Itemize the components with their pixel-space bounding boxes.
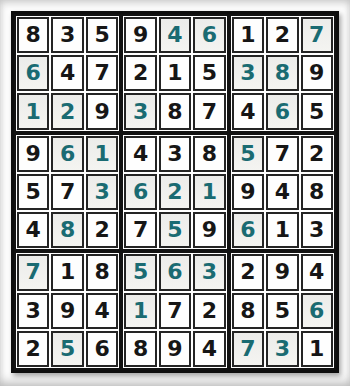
sudoku-cell-r7c3[interactable]: 8: [86, 254, 118, 290]
sudoku-cell-r9c8[interactable]: 3: [266, 331, 298, 367]
sudoku-cell-r9c2[interactable]: 5: [51, 331, 83, 367]
sudoku-cell-r3c1[interactable]: 1: [17, 93, 49, 129]
sudoku-cell-r1c6[interactable]: 6: [193, 17, 225, 53]
sudoku-cell-r2c1[interactable]: 6: [17, 55, 49, 91]
sudoku-cell-r2c7[interactable]: 3: [232, 55, 264, 91]
sudoku-cell-r1c3[interactable]: 5: [86, 17, 118, 53]
sudoku-cell-r3c9[interactable]: 5: [301, 93, 333, 129]
sudoku-cell-r7c1[interactable]: 7: [17, 254, 49, 290]
sudoku-cell-r5c5[interactable]: 2: [159, 174, 191, 210]
sudoku-cell-r1c8[interactable]: 2: [266, 17, 298, 53]
sudoku-box: 438621759: [121, 133, 228, 252]
sudoku-box: 294856731: [229, 251, 336, 370]
sudoku-box: 961573482: [14, 133, 121, 252]
sudoku-cell-r4c8[interactable]: 7: [266, 136, 298, 172]
sudoku-cell-r6c3[interactable]: 2: [86, 212, 118, 248]
sudoku-cell-r9c7[interactable]: 7: [232, 331, 264, 367]
sudoku-cell-r8c7[interactable]: 8: [232, 293, 264, 329]
sudoku-cell-r4c9[interactable]: 2: [301, 136, 333, 172]
sudoku-cell-r4c5[interactable]: 3: [159, 136, 191, 172]
sudoku-cell-r8c3[interactable]: 4: [86, 293, 118, 329]
sudoku-cell-r4c1[interactable]: 9: [17, 136, 49, 172]
sudoku-cell-r7c8[interactable]: 9: [266, 254, 298, 290]
sudoku-cell-r3c5[interactable]: 8: [159, 93, 191, 129]
sudoku-box: 563172894: [121, 251, 228, 370]
sudoku-cell-r8c5[interactable]: 7: [159, 293, 191, 329]
sudoku-cell-r9c5[interactable]: 9: [159, 331, 191, 367]
sudoku-cell-r8c6[interactable]: 2: [193, 293, 225, 329]
sudoku-cell-r4c6[interactable]: 8: [193, 136, 225, 172]
sudoku-cell-r5c4[interactable]: 6: [124, 174, 156, 210]
sudoku-cell-r2c9[interactable]: 9: [301, 55, 333, 91]
sudoku-cell-r8c1[interactable]: 3: [17, 293, 49, 329]
sudoku-cell-r4c3[interactable]: 1: [86, 136, 118, 172]
sudoku-cell-r7c6[interactable]: 3: [193, 254, 225, 290]
sudoku-cell-r9c9[interactable]: 1: [301, 331, 333, 367]
sudoku-cell-r1c7[interactable]: 1: [232, 17, 264, 53]
sudoku-cell-r6c8[interactable]: 1: [266, 212, 298, 248]
sudoku-cell-r5c2[interactable]: 7: [51, 174, 83, 210]
sudoku-cell-r5c7[interactable]: 9: [232, 174, 264, 210]
sudoku-cell-r1c2[interactable]: 3: [51, 17, 83, 53]
sudoku-cell-r5c1[interactable]: 5: [17, 174, 49, 210]
sudoku-cell-r8c4[interactable]: 1: [124, 293, 156, 329]
sudoku-cell-r7c7[interactable]: 2: [232, 254, 264, 290]
sudoku-cell-r7c9[interactable]: 4: [301, 254, 333, 290]
sudoku-cell-r6c1[interactable]: 4: [17, 212, 49, 248]
sudoku-box: 718394256: [14, 251, 121, 370]
sudoku-cell-r7c4[interactable]: 5: [124, 254, 156, 290]
sudoku-cell-r5c3[interactable]: 3: [86, 174, 118, 210]
sudoku-cell-r8c9[interactable]: 6: [301, 293, 333, 329]
sudoku-cell-r4c2[interactable]: 6: [51, 136, 83, 172]
sudoku-cell-r2c4[interactable]: 2: [124, 55, 156, 91]
sudoku-box: 572948613: [229, 133, 336, 252]
sudoku-box: 127389465: [229, 14, 336, 133]
sudoku-page: 8356471299462153871273894659615734824386…: [0, 0, 350, 386]
sudoku-cell-r9c3[interactable]: 6: [86, 331, 118, 367]
sudoku-cell-r3c8[interactable]: 6: [266, 93, 298, 129]
sudoku-cell-r3c4[interactable]: 3: [124, 93, 156, 129]
sudoku-cell-r5c8[interactable]: 4: [266, 174, 298, 210]
sudoku-cell-r2c5[interactable]: 1: [159, 55, 191, 91]
sudoku-cell-r3c6[interactable]: 7: [193, 93, 225, 129]
sudoku-cell-r5c9[interactable]: 8: [301, 174, 333, 210]
sudoku-cell-r2c3[interactable]: 7: [86, 55, 118, 91]
sudoku-cell-r1c4[interactable]: 9: [124, 17, 156, 53]
sudoku-cell-r4c4[interactable]: 4: [124, 136, 156, 172]
sudoku-cell-r6c6[interactable]: 9: [193, 212, 225, 248]
sudoku-cell-r6c5[interactable]: 5: [159, 212, 191, 248]
sudoku-cell-r5c6[interactable]: 1: [193, 174, 225, 210]
sudoku-cell-r9c6[interactable]: 4: [193, 331, 225, 367]
sudoku-cell-r8c2[interactable]: 9: [51, 293, 83, 329]
sudoku-cell-r1c9[interactable]: 7: [301, 17, 333, 53]
sudoku-box: 835647129: [14, 14, 121, 133]
sudoku-cell-r2c6[interactable]: 5: [193, 55, 225, 91]
sudoku-cell-r9c1[interactable]: 2: [17, 331, 49, 367]
sudoku-cell-r3c3[interactable]: 9: [86, 93, 118, 129]
sudoku-cell-r1c1[interactable]: 8: [17, 17, 49, 53]
sudoku-cell-r6c2[interactable]: 8: [51, 212, 83, 248]
sudoku-box: 946215387: [121, 14, 228, 133]
sudoku-cell-r6c4[interactable]: 7: [124, 212, 156, 248]
sudoku-cell-r6c9[interactable]: 3: [301, 212, 333, 248]
sudoku-cell-r2c2[interactable]: 4: [51, 55, 83, 91]
sudoku-cell-r6c7[interactable]: 6: [232, 212, 264, 248]
sudoku-cell-r7c5[interactable]: 6: [159, 254, 191, 290]
sudoku-cell-r9c4[interactable]: 8: [124, 331, 156, 367]
sudoku-cell-r4c7[interactable]: 5: [232, 136, 264, 172]
sudoku-cell-r8c8[interactable]: 5: [266, 293, 298, 329]
sudoku-board: 8356471299462153871273894659615734824386…: [11, 11, 339, 373]
sudoku-cell-r7c2[interactable]: 1: [51, 254, 83, 290]
sudoku-cell-r1c5[interactable]: 4: [159, 17, 191, 53]
sudoku-cell-r3c2[interactable]: 2: [51, 93, 83, 129]
sudoku-cell-r3c7[interactable]: 4: [232, 93, 264, 129]
sudoku-cell-r2c8[interactable]: 8: [266, 55, 298, 91]
